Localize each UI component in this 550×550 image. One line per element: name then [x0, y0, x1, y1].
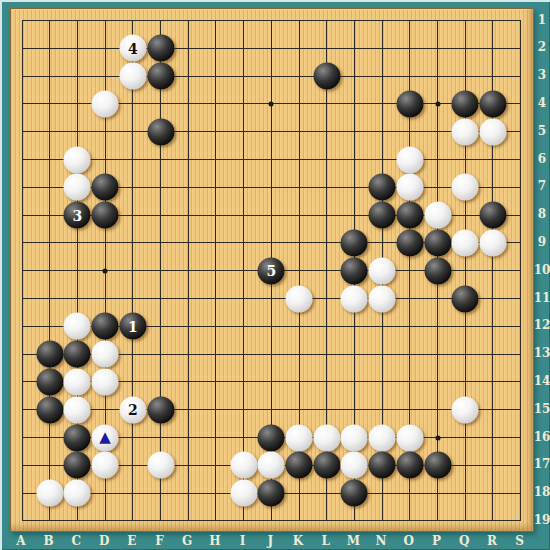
stone-black[interactable]: [147, 396, 174, 423]
go-app-frame: 43512▲ ABCDEFGHIJKLMNOPQRS12345678910111…: [0, 0, 550, 550]
stone-black[interactable]: [452, 285, 479, 312]
stone-black[interactable]: [313, 63, 340, 90]
stone-black[interactable]: [341, 257, 368, 284]
column-label: F: [155, 534, 164, 548]
column-label: E: [127, 534, 136, 548]
stone-white[interactable]: [64, 368, 91, 395]
stone-black[interactable]: [64, 424, 91, 451]
stone-black[interactable]: [396, 452, 423, 479]
stone-white[interactable]: [396, 146, 423, 173]
stone-black[interactable]: [147, 118, 174, 145]
column-label: I: [240, 534, 246, 548]
move-number: 1: [128, 319, 138, 333]
stone-black[interactable]: [396, 90, 423, 117]
stone-black[interactable]: [396, 202, 423, 229]
stone-black[interactable]: [147, 63, 174, 90]
column-label: J: [267, 534, 273, 548]
stone-black[interactable]: [341, 480, 368, 507]
row-label: 12: [534, 318, 550, 332]
stone-white[interactable]: [313, 424, 340, 451]
move-number: 3: [73, 208, 83, 222]
stone-black[interactable]: [36, 396, 63, 423]
stone-black[interactable]: 1: [119, 313, 146, 340]
stone-white[interactable]: 2: [119, 396, 146, 423]
stone-black[interactable]: [36, 341, 63, 368]
column-label: A: [16, 534, 25, 548]
move-number: 5: [266, 264, 276, 278]
stone-white[interactable]: [92, 368, 119, 395]
stone-black[interactable]: [479, 202, 506, 229]
stone-black[interactable]: [479, 90, 506, 117]
star-point: [435, 101, 440, 106]
grid-line: [22, 409, 522, 410]
stone-white[interactable]: [341, 285, 368, 312]
stone-white[interactable]: [424, 202, 451, 229]
row-label: 14: [534, 374, 550, 388]
row-label: 17: [534, 457, 550, 471]
stone-white[interactable]: [64, 396, 91, 423]
stone-black[interactable]: [424, 257, 451, 284]
row-label: 11: [534, 291, 550, 305]
stone-white[interactable]: [452, 118, 479, 145]
stone-white[interactable]: [369, 257, 396, 284]
star-point: [103, 268, 108, 273]
stone-black[interactable]: [286, 452, 313, 479]
star-point: [435, 435, 440, 440]
stone-black[interactable]: [424, 229, 451, 256]
stone-white[interactable]: [286, 424, 313, 451]
stone-white[interactable]: 4: [119, 35, 146, 62]
column-label: D: [99, 534, 109, 548]
row-label: 1: [538, 13, 546, 27]
stone-white[interactable]: [64, 174, 91, 201]
column-label: M: [347, 534, 360, 548]
row-label: 6: [538, 152, 546, 166]
column-label: R: [487, 534, 497, 548]
column-label: Q: [459, 534, 469, 548]
row-label: 5: [538, 124, 546, 138]
move-number: 4: [128, 41, 138, 55]
stone-white[interactable]: [452, 174, 479, 201]
row-label: 15: [534, 402, 550, 416]
row-label: 8: [538, 207, 546, 221]
stone-black[interactable]: [64, 341, 91, 368]
stone-white[interactable]: [286, 285, 313, 312]
column-label: N: [376, 534, 387, 548]
row-label: 13: [534, 346, 550, 360]
star-point: [269, 101, 274, 106]
row-label: 9: [538, 235, 546, 249]
grid-line: [520, 20, 521, 521]
stone-white[interactable]: [369, 424, 396, 451]
stone-black[interactable]: [424, 452, 451, 479]
stone-black[interactable]: [92, 174, 119, 201]
stone-black[interactable]: [369, 174, 396, 201]
stone-black[interactable]: [36, 368, 63, 395]
stone-white[interactable]: [369, 285, 396, 312]
stone-black[interactable]: [396, 229, 423, 256]
stone-black[interactable]: [452, 90, 479, 117]
stone-white[interactable]: [92, 452, 119, 479]
row-label: 10: [534, 263, 550, 277]
stone-white[interactable]: [341, 452, 368, 479]
column-label: S: [515, 534, 524, 548]
go-board[interactable]: 43512▲: [10, 8, 534, 532]
stone-white[interactable]: [396, 174, 423, 201]
stone-white[interactable]: [452, 396, 479, 423]
stone-black[interactable]: [369, 202, 396, 229]
stone-white[interactable]: [92, 90, 119, 117]
stone-white[interactable]: ▲: [92, 424, 119, 451]
stone-black[interactable]: [258, 480, 285, 507]
stone-white[interactable]: [341, 424, 368, 451]
stone-black[interactable]: 5: [258, 257, 285, 284]
row-label: 2: [538, 40, 546, 54]
row-label: 16: [534, 430, 550, 444]
column-label: B: [44, 534, 54, 548]
row-label: 3: [538, 68, 546, 82]
grid-line: [22, 520, 522, 521]
column-label: O: [404, 534, 414, 548]
row-label: 19: [534, 513, 550, 527]
stone-white[interactable]: [230, 480, 257, 507]
stone-white[interactable]: [258, 452, 285, 479]
stone-white[interactable]: [64, 480, 91, 507]
row-label: 7: [538, 179, 546, 193]
row-label: 18: [534, 485, 550, 499]
stone-white[interactable]: [64, 146, 91, 173]
stone-white[interactable]: [479, 229, 506, 256]
stone-black[interactable]: [313, 452, 340, 479]
stone-white[interactable]: [147, 452, 174, 479]
stone-white[interactable]: [479, 118, 506, 145]
column-label: P: [432, 534, 441, 548]
column-label: G: [182, 534, 192, 548]
grid-line: [22, 298, 522, 299]
stone-black[interactable]: 3: [64, 202, 91, 229]
stone-white[interactable]: [119, 63, 146, 90]
stone-white[interactable]: [36, 480, 63, 507]
column-label: H: [209, 534, 220, 548]
stone-white[interactable]: [92, 341, 119, 368]
stone-black[interactable]: [92, 202, 119, 229]
stone-black[interactable]: [369, 452, 396, 479]
row-label: 4: [538, 96, 546, 110]
stone-white[interactable]: [230, 452, 257, 479]
column-label: L: [321, 534, 329, 548]
move-number: 2: [128, 403, 138, 417]
stone-black[interactable]: [341, 229, 368, 256]
column-label: C: [72, 534, 82, 548]
column-label: K: [293, 534, 303, 548]
stone-black[interactable]: [92, 313, 119, 340]
stone-black[interactable]: [147, 35, 174, 62]
stone-white[interactable]: [452, 229, 479, 256]
stone-white[interactable]: [64, 313, 91, 340]
stone-white[interactable]: [396, 424, 423, 451]
stone-black[interactable]: [64, 452, 91, 479]
stone-black[interactable]: [258, 424, 285, 451]
triangle-marker-icon: ▲: [99, 430, 111, 445]
